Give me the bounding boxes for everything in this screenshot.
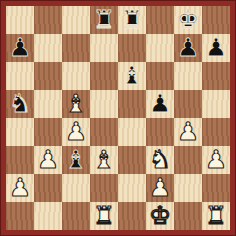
square-d6[interactable] <box>90 62 118 90</box>
piece-white-pawn[interactable]: ♟ <box>9 174 31 202</box>
piece-black-king[interactable]: ♚ <box>177 6 199 34</box>
piece-white-bishop[interactable]: ♝ <box>65 90 87 118</box>
square-d7[interactable] <box>90 34 118 62</box>
square-f5[interactable]: ♟ <box>146 90 174 118</box>
square-f4[interactable] <box>146 118 174 146</box>
piece-black-rook[interactable]: ♜ <box>121 6 143 34</box>
piece-white-rook[interactable]: ♜ <box>93 202 115 230</box>
piece-black-pawn[interactable]: ♟ <box>9 34 31 62</box>
square-b3[interactable]: ♟ <box>34 146 62 174</box>
square-a6[interactable] <box>6 62 34 90</box>
square-e2[interactable] <box>118 174 146 202</box>
square-e7[interactable] <box>118 34 146 62</box>
square-a4[interactable] <box>6 118 34 146</box>
square-b2[interactable] <box>34 174 62 202</box>
square-b5[interactable] <box>34 90 62 118</box>
square-e1[interactable] <box>118 202 146 230</box>
square-f2[interactable]: ♟ <box>146 174 174 202</box>
square-d3[interactable]: ♝ <box>90 146 118 174</box>
square-g5[interactable] <box>174 90 202 118</box>
piece-white-rook[interactable]: ♜ <box>205 202 227 230</box>
square-d1[interactable]: ♜ <box>90 202 118 230</box>
square-c5[interactable]: ♝ <box>62 90 90 118</box>
square-a2[interactable]: ♟ <box>6 174 34 202</box>
square-c4[interactable]: ♟ <box>62 118 90 146</box>
square-c7[interactable] <box>62 34 90 62</box>
piece-white-king[interactable]: ♚ <box>149 202 171 230</box>
square-a8[interactable] <box>6 6 34 34</box>
square-h3[interactable]: ♟ <box>202 146 230 174</box>
square-e8[interactable]: ♜ <box>118 6 146 34</box>
square-b6[interactable] <box>34 62 62 90</box>
square-d5[interactable] <box>90 90 118 118</box>
square-a7[interactable]: ♟ <box>6 34 34 62</box>
piece-black-rook[interactable]: ♜ <box>93 6 115 34</box>
square-b7[interactable] <box>34 34 62 62</box>
square-b4[interactable] <box>34 118 62 146</box>
piece-black-pawn[interactable]: ♟ <box>205 34 227 62</box>
square-a5[interactable]: ♞ <box>6 90 34 118</box>
square-g4[interactable]: ♟ <box>174 118 202 146</box>
piece-white-pawn[interactable]: ♟ <box>205 146 227 174</box>
piece-black-knight[interactable]: ♞ <box>9 90 31 118</box>
square-e3[interactable] <box>118 146 146 174</box>
square-f3[interactable]: ♞ <box>146 146 174 174</box>
square-g2[interactable] <box>174 174 202 202</box>
square-f6[interactable] <box>146 62 174 90</box>
square-g6[interactable] <box>174 62 202 90</box>
piece-white-knight[interactable]: ♞ <box>149 146 171 174</box>
square-c3[interactable]: ♝ <box>62 146 90 174</box>
square-b1[interactable] <box>34 202 62 230</box>
piece-white-bishop[interactable]: ♝ <box>93 146 115 174</box>
piece-black-pawn[interactable]: ♟ <box>149 90 171 118</box>
square-e4[interactable] <box>118 118 146 146</box>
square-g7[interactable]: ♟ <box>174 34 202 62</box>
square-d4[interactable] <box>90 118 118 146</box>
board-frame: ♜♜♚♟♟♟♝♞♝♟♟♟♟♝♝♞♟♟♟♜♚♜ <box>0 0 236 236</box>
chess-board: ♜♜♚♟♟♟♝♞♝♟♟♟♟♝♝♞♟♟♟♜♚♜ <box>6 6 230 230</box>
square-h8[interactable] <box>202 6 230 34</box>
square-f8[interactable] <box>146 6 174 34</box>
square-e5[interactable] <box>118 90 146 118</box>
square-h5[interactable] <box>202 90 230 118</box>
square-h7[interactable]: ♟ <box>202 34 230 62</box>
square-a3[interactable] <box>6 146 34 174</box>
square-c8[interactable] <box>62 6 90 34</box>
square-g8[interactable]: ♚ <box>174 6 202 34</box>
square-b8[interactable] <box>34 6 62 34</box>
square-c1[interactable] <box>62 202 90 230</box>
piece-white-pawn[interactable]: ♟ <box>149 174 171 202</box>
piece-black-bishop[interactable]: ♝ <box>65 146 87 174</box>
piece-black-bishop[interactable]: ♝ <box>121 62 143 90</box>
piece-white-pawn[interactable]: ♟ <box>177 118 199 146</box>
piece-white-pawn[interactable]: ♟ <box>65 118 87 146</box>
square-g1[interactable] <box>174 202 202 230</box>
square-h6[interactable] <box>202 62 230 90</box>
piece-black-pawn[interactable]: ♟ <box>177 34 199 62</box>
chess-diagram: ♜♜♚♟♟♟♝♞♝♟♟♟♟♝♝♞♟♟♟♜♚♜ <box>0 0 236 236</box>
square-e6[interactable]: ♝ <box>118 62 146 90</box>
square-g3[interactable] <box>174 146 202 174</box>
square-h2[interactable] <box>202 174 230 202</box>
square-a1[interactable] <box>6 202 34 230</box>
square-f1[interactable]: ♚ <box>146 202 174 230</box>
square-c2[interactable] <box>62 174 90 202</box>
square-d2[interactable] <box>90 174 118 202</box>
piece-white-pawn[interactable]: ♟ <box>37 146 59 174</box>
square-d8[interactable]: ♜ <box>90 6 118 34</box>
square-c6[interactable] <box>62 62 90 90</box>
square-h4[interactable] <box>202 118 230 146</box>
square-h1[interactable]: ♜ <box>202 202 230 230</box>
square-f7[interactable] <box>146 34 174 62</box>
